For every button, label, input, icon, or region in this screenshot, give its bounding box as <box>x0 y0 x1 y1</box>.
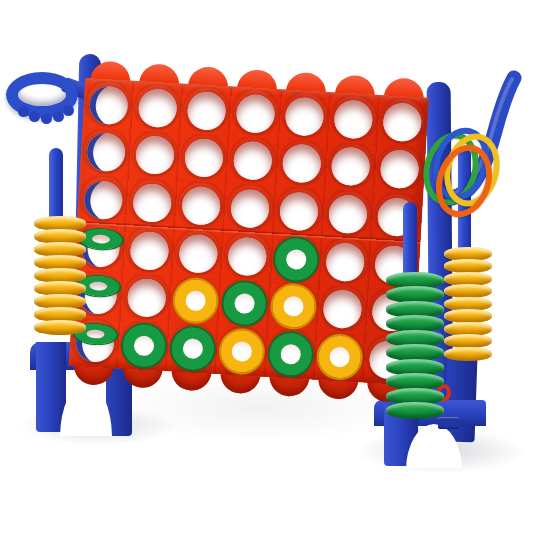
cell-r2c2 <box>129 130 181 180</box>
cell-r3c5 <box>273 186 325 236</box>
cell-r4c6 <box>320 237 372 287</box>
cell-r3c6 <box>322 189 374 239</box>
hoop-scallop <box>41 113 52 124</box>
cell-r1c7 <box>377 97 429 147</box>
cell-r2c3 <box>178 133 230 183</box>
hole <box>184 138 224 178</box>
stack-left <box>34 148 86 340</box>
cell-r4c5 <box>270 234 322 284</box>
disc-green <box>269 332 313 376</box>
cell-r4c2 <box>123 226 175 276</box>
cell-r5c4 <box>219 279 271 329</box>
cell-r2c6 <box>325 142 377 192</box>
cell-r2c4 <box>227 136 279 186</box>
hole <box>233 141 273 181</box>
disc-yellow <box>220 329 264 373</box>
hole <box>285 96 325 136</box>
cell-r3c3 <box>175 181 227 231</box>
hole <box>331 147 371 187</box>
cell-r2c1 <box>80 128 132 178</box>
hole <box>380 150 420 190</box>
green-ring <box>386 402 444 419</box>
cell-r2c7 <box>374 145 426 195</box>
yellow-ring <box>444 309 492 323</box>
cell-r4c4 <box>221 231 273 281</box>
disc-green <box>222 282 266 326</box>
hoop-scallop <box>29 111 40 122</box>
cell-r6c6 <box>314 332 366 382</box>
connect-four-board <box>68 66 429 397</box>
cell-r6c3 <box>167 324 219 374</box>
hole <box>181 186 221 226</box>
stack-green-rings <box>386 274 444 419</box>
disc-yellow <box>318 335 362 379</box>
hoop-scallop <box>18 106 29 117</box>
hoop-scallop <box>63 105 74 116</box>
hole <box>178 234 218 274</box>
cell-r4c3 <box>172 228 224 278</box>
hole <box>186 91 226 131</box>
hole <box>126 278 166 318</box>
hole <box>325 242 365 282</box>
yellow-ring <box>444 259 492 273</box>
hoop-scallop <box>53 111 64 122</box>
stack-left-rings <box>34 218 86 335</box>
hole <box>132 183 172 223</box>
cell-r3c2 <box>126 178 178 228</box>
hole <box>282 144 322 184</box>
hole <box>88 85 128 125</box>
cell-r1c3 <box>181 86 233 136</box>
cell-r6c5 <box>265 329 317 379</box>
hole <box>230 189 270 229</box>
hole <box>137 88 177 128</box>
cell-r6c4 <box>216 326 268 376</box>
hole <box>323 290 363 330</box>
hole <box>383 102 423 142</box>
cell-r5c6 <box>317 284 369 334</box>
hole <box>86 133 126 173</box>
product-photo-stage <box>0 0 533 533</box>
disc-green <box>171 327 215 371</box>
yellow-ring <box>444 347 492 361</box>
yellow-ring <box>34 320 86 335</box>
cell-r1c4 <box>230 88 282 138</box>
cell-r1c2 <box>132 83 184 133</box>
hole <box>279 192 319 232</box>
disc-green <box>122 324 166 368</box>
cell-r1c1 <box>82 80 134 130</box>
left-leg-arch-cutout <box>60 382 112 436</box>
stack-rear-rings <box>444 248 492 361</box>
cell-r3c4 <box>224 184 276 234</box>
cell-r2c5 <box>276 139 328 189</box>
disc-green <box>274 237 318 281</box>
hole <box>227 236 267 276</box>
yellow-ring <box>444 284 492 298</box>
hole <box>129 231 169 271</box>
hole <box>83 180 123 220</box>
hole <box>328 194 368 234</box>
yellow-ring <box>444 334 492 348</box>
cell-r5c5 <box>268 282 320 332</box>
cell-r1c5 <box>279 91 331 141</box>
cell-r1c6 <box>328 94 380 144</box>
cell-r5c2 <box>121 273 173 323</box>
cell-r5c3 <box>170 276 222 326</box>
cell-r6c2 <box>118 321 170 371</box>
disc-yellow <box>271 285 315 329</box>
stack-green <box>386 202 444 424</box>
disc-yellow <box>173 279 217 323</box>
hole <box>334 99 374 139</box>
hole <box>135 136 175 176</box>
hole <box>235 94 275 134</box>
